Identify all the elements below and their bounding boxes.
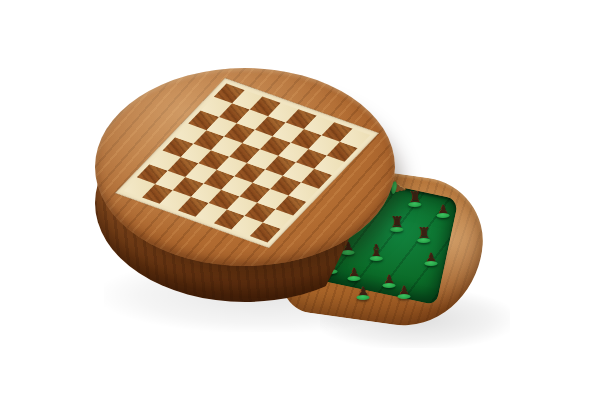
chess-set-photo: ♟♜♟♜♜♟♝♟♟♟♟♟♟	[0, 0, 600, 401]
